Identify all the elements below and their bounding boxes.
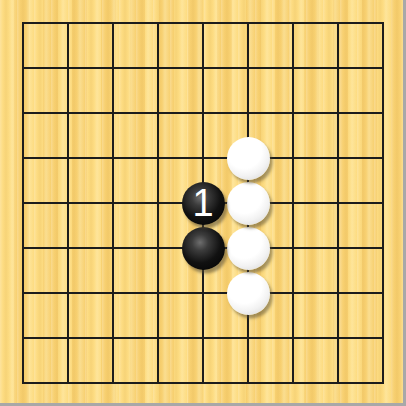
grid-line-vertical <box>67 91 69 136</box>
grid-line-vertical <box>337 46 339 91</box>
grid-line-horizontal <box>361 337 384 339</box>
intersection-C2[interactable] <box>91 316 136 361</box>
grid-line-vertical <box>112 91 114 136</box>
intersection-D2[interactable] <box>136 316 181 361</box>
intersection-E9[interactable] <box>181 1 226 46</box>
white-stone-F5 <box>227 182 270 225</box>
grid-line-vertical <box>337 136 339 181</box>
intersection-G3[interactable] <box>271 271 316 316</box>
grid-line-vertical <box>292 361 294 384</box>
intersection-G2[interactable] <box>271 316 316 361</box>
intersection-H1[interactable] <box>316 361 361 406</box>
white-stone-F6 <box>227 137 270 180</box>
intersection-J1[interactable] <box>361 361 406 406</box>
grid-line-vertical <box>67 46 69 91</box>
intersection-C1[interactable] <box>91 361 136 406</box>
intersection-F7[interactable] <box>226 91 271 136</box>
grid-line-horizontal <box>22 292 45 294</box>
intersection-H9[interactable] <box>316 1 361 46</box>
intersection-H8[interactable] <box>316 46 361 91</box>
grid-line-vertical <box>247 46 249 91</box>
intersection-D3[interactable] <box>136 271 181 316</box>
grid-line-vertical <box>112 226 114 271</box>
intersection-A3[interactable] <box>1 271 46 316</box>
grid-line-vertical <box>67 361 69 384</box>
intersection-G1[interactable] <box>271 361 316 406</box>
grid-line-vertical <box>337 226 339 271</box>
grid-line-horizontal <box>22 382 45 384</box>
grid-line-vertical <box>382 136 384 181</box>
intersection-F4[interactable] <box>226 226 271 271</box>
grid-line-vertical <box>382 316 384 361</box>
grid-line-horizontal <box>22 112 45 114</box>
intersection-H3[interactable] <box>316 271 361 316</box>
intersection-J3[interactable] <box>361 271 406 316</box>
grid-line-horizontal <box>361 247 384 249</box>
grid-line-horizontal <box>361 292 384 294</box>
intersection-H2[interactable] <box>316 316 361 361</box>
intersection-J8[interactable] <box>361 46 406 91</box>
grid-line-vertical <box>337 316 339 361</box>
grid-line-horizontal <box>361 382 384 384</box>
intersection-B6[interactable] <box>46 136 91 181</box>
grid-line-vertical <box>292 46 294 91</box>
intersection-A9[interactable] <box>1 1 46 46</box>
intersection-A6[interactable] <box>1 136 46 181</box>
intersection-B7[interactable] <box>46 91 91 136</box>
intersection-B9[interactable] <box>46 1 91 46</box>
grid-line-vertical <box>337 91 339 136</box>
grid-line-vertical <box>67 136 69 181</box>
grid-line-vertical <box>112 361 114 384</box>
grid-line-vertical <box>67 226 69 271</box>
grid-line-vertical <box>337 361 339 384</box>
intersection-J9[interactable] <box>361 1 406 46</box>
intersection-C9[interactable] <box>91 1 136 46</box>
intersection-J4[interactable] <box>361 226 406 271</box>
move-number-label: 1 <box>182 182 225 225</box>
grid-line-vertical <box>247 361 249 384</box>
intersection-G6[interactable] <box>271 136 316 181</box>
intersection-J7[interactable] <box>361 91 406 136</box>
grid-line-horizontal <box>361 22 384 24</box>
grid-line-vertical <box>112 136 114 181</box>
intersection-F1[interactable] <box>226 361 271 406</box>
grid-line-vertical <box>202 361 204 384</box>
board-grid: 1 <box>1 1 406 406</box>
intersection-D5[interactable] <box>136 181 181 226</box>
grid-line-vertical <box>157 316 159 361</box>
intersection-B4[interactable] <box>46 226 91 271</box>
grid-line-horizontal <box>361 157 384 159</box>
intersection-D1[interactable] <box>136 361 181 406</box>
intersection-F3[interactable] <box>226 271 271 316</box>
intersection-G5[interactable] <box>271 181 316 226</box>
intersection-D8[interactable] <box>136 46 181 91</box>
intersection-E7[interactable] <box>181 91 226 136</box>
grid-line-vertical <box>157 271 159 316</box>
grid-line-horizontal <box>22 67 45 69</box>
grid-line-vertical <box>22 22 24 45</box>
grid-line-vertical <box>22 181 24 226</box>
grid-line-vertical <box>157 91 159 136</box>
grid-line-vertical <box>292 136 294 181</box>
grid-line-vertical <box>67 181 69 226</box>
grid-line-vertical <box>292 271 294 316</box>
grid-line-vertical <box>157 361 159 384</box>
intersection-J2[interactable] <box>361 316 406 361</box>
grid-line-horizontal <box>361 112 384 114</box>
grid-line-vertical <box>202 316 204 361</box>
grid-line-vertical <box>202 46 204 91</box>
intersection-H4[interactable] <box>316 226 361 271</box>
intersection-H6[interactable] <box>316 136 361 181</box>
grid-line-vertical <box>112 181 114 226</box>
grid-line-horizontal <box>22 337 45 339</box>
intersection-D7[interactable] <box>136 91 181 136</box>
grid-line-vertical <box>292 22 294 45</box>
grid-line-vertical <box>247 22 249 45</box>
grid-line-vertical <box>292 316 294 361</box>
intersection-G9[interactable] <box>271 1 316 46</box>
intersection-A4[interactable] <box>1 226 46 271</box>
intersection-A8[interactable] <box>1 46 46 91</box>
intersection-F2[interactable] <box>226 316 271 361</box>
intersection-H7[interactable] <box>316 91 361 136</box>
grid-line-vertical <box>67 316 69 361</box>
intersection-E1[interactable] <box>181 361 226 406</box>
grid-line-vertical <box>382 22 384 45</box>
grid-line-vertical <box>382 91 384 136</box>
grid-line-vertical <box>22 361 24 384</box>
intersection-C4[interactable] <box>91 226 136 271</box>
intersection-D9[interactable] <box>136 1 181 46</box>
grid-line-vertical <box>112 22 114 45</box>
grid-line-vertical <box>382 46 384 91</box>
intersection-E6[interactable] <box>181 136 226 181</box>
intersection-C8[interactable] <box>91 46 136 91</box>
intersection-G8[interactable] <box>271 46 316 91</box>
intersection-C5[interactable] <box>91 181 136 226</box>
grid-line-vertical <box>382 226 384 271</box>
intersection-B5[interactable] <box>46 181 91 226</box>
grid-line-vertical <box>22 91 24 136</box>
go-board: 1 <box>0 0 406 406</box>
intersection-B3[interactable] <box>46 271 91 316</box>
intersection-C3[interactable] <box>91 271 136 316</box>
intersection-J6[interactable] <box>361 136 406 181</box>
grid-line-vertical <box>67 271 69 316</box>
grid-line-vertical <box>202 136 204 181</box>
grid-line-vertical <box>382 181 384 226</box>
grid-line-vertical <box>112 316 114 361</box>
grid-line-vertical <box>22 226 24 271</box>
intersection-F8[interactable] <box>226 46 271 91</box>
grid-line-vertical <box>22 316 24 361</box>
intersection-D4[interactable] <box>136 226 181 271</box>
grid-line-vertical <box>22 271 24 316</box>
intersection-A5[interactable] <box>1 181 46 226</box>
grid-line-vertical <box>337 271 339 316</box>
intersection-E3[interactable] <box>181 271 226 316</box>
grid-line-vertical <box>382 361 384 384</box>
intersection-B8[interactable] <box>46 46 91 91</box>
intersection-F5[interactable] <box>226 181 271 226</box>
white-stone-F3 <box>227 272 270 315</box>
grid-line-vertical <box>22 46 24 91</box>
grid-line-vertical <box>382 271 384 316</box>
grid-line-vertical <box>202 22 204 45</box>
intersection-H5[interactable] <box>316 181 361 226</box>
grid-line-horizontal <box>22 202 45 204</box>
grid-line-vertical <box>157 22 159 45</box>
intersection-B1[interactable] <box>46 361 91 406</box>
intersection-E8[interactable] <box>181 46 226 91</box>
grid-line-vertical <box>292 91 294 136</box>
grid-line-vertical <box>22 136 24 181</box>
grid-line-vertical <box>112 46 114 91</box>
grid-line-horizontal <box>22 22 45 24</box>
black-stone-E4 <box>182 227 225 270</box>
grid-line-vertical <box>337 181 339 226</box>
black-stone-E5: 1 <box>182 182 225 225</box>
intersection-C6[interactable] <box>91 136 136 181</box>
grid-line-horizontal <box>22 247 45 249</box>
grid-line-vertical <box>157 181 159 226</box>
intersection-A2[interactable] <box>1 316 46 361</box>
intersection-G4[interactable] <box>271 226 316 271</box>
intersection-A7[interactable] <box>1 91 46 136</box>
intersection-B2[interactable] <box>46 316 91 361</box>
grid-line-vertical <box>292 226 294 271</box>
intersection-G7[interactable] <box>271 91 316 136</box>
intersection-E5[interactable]: 1 <box>181 181 226 226</box>
intersection-F9[interactable] <box>226 1 271 46</box>
intersection-F6[interactable] <box>226 136 271 181</box>
white-stone-F4 <box>227 227 270 270</box>
grid-line-vertical <box>247 316 249 361</box>
grid-line-horizontal <box>361 202 384 204</box>
grid-line-vertical <box>157 226 159 271</box>
intersection-J5[interactable] <box>361 181 406 226</box>
grid-line-vertical <box>202 91 204 136</box>
grid-line-vertical <box>112 271 114 316</box>
grid-line-vertical <box>202 271 204 316</box>
intersection-C7[interactable] <box>91 91 136 136</box>
grid-line-horizontal <box>361 67 384 69</box>
grid-line-vertical <box>67 22 69 45</box>
intersection-A1[interactable] <box>1 361 46 406</box>
grid-line-vertical <box>337 22 339 45</box>
intersection-D6[interactable] <box>136 136 181 181</box>
grid-line-vertical <box>157 46 159 91</box>
grid-line-horizontal <box>22 157 45 159</box>
grid-line-vertical <box>157 136 159 181</box>
intersection-E2[interactable] <box>181 316 226 361</box>
grid-line-vertical <box>247 91 249 136</box>
intersection-E4[interactable] <box>181 226 226 271</box>
grid-line-vertical <box>292 181 294 226</box>
